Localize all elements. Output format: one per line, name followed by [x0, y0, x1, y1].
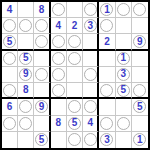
cell-r5c2[interactable]: 9 — [18, 67, 34, 83]
odd-cell-circle — [133, 84, 146, 97]
given-digit: 1 — [104, 5, 110, 15]
given-digit: 5 — [72, 118, 78, 128]
given-digit: 9 — [23, 69, 29, 79]
odd-cell-circle — [68, 100, 81, 113]
cell-r2c5[interactable]: 2 — [67, 18, 83, 34]
given-digit: 5 — [39, 135, 45, 145]
given-digit: 3 — [87, 21, 93, 31]
cell-r3c1[interactable]: 5 — [2, 34, 18, 50]
given-digit: 9 — [137, 37, 143, 47]
given-digit: 8 — [39, 5, 45, 15]
odd-cell-circle — [68, 52, 81, 65]
cell-r3c2[interactable] — [18, 34, 34, 50]
cell-r5c8[interactable]: 3 — [116, 67, 132, 83]
cell-r2c7[interactable] — [99, 18, 115, 34]
odd-cell-circle — [3, 19, 16, 32]
cell-r9c3[interactable]: 5 — [34, 132, 50, 148]
cell-r4c2[interactable]: 5 — [18, 51, 34, 67]
cell-r8c4[interactable]: 8 — [51, 116, 67, 132]
cell-r7c7[interactable] — [99, 99, 115, 115]
cell-r1c8[interactable] — [116, 2, 132, 18]
odd-cell-circle — [52, 52, 65, 65]
odd-cell-circle: 5 — [3, 35, 16, 48]
odd-cell-circle — [100, 84, 113, 97]
odd-cell-circle — [3, 52, 16, 65]
given-digit: 4 — [7, 5, 13, 15]
cell-r1c2[interactable] — [18, 2, 34, 18]
odd-cell-circle — [19, 117, 32, 130]
cell-r7c9[interactable]: 5 — [132, 99, 148, 115]
odd-cell-circle — [84, 133, 97, 146]
cell-r4c8[interactable]: 1 — [116, 51, 132, 67]
cell-r5c1[interactable] — [2, 67, 18, 83]
cell-r2c4[interactable]: 4 — [51, 18, 67, 34]
cell-r6c3[interactable] — [34, 83, 50, 99]
cell-r3c5[interactable] — [67, 34, 83, 50]
cell-r5c4[interactable] — [51, 67, 67, 83]
cell-r4c1[interactable] — [2, 51, 18, 67]
sudoku-board: 481423529519385695854531 — [0, 0, 150, 150]
odd-cell-circle: 9 — [35, 100, 48, 113]
cell-r8c5[interactable]: 5 — [67, 116, 83, 132]
cell-r2c9[interactable] — [132, 18, 148, 34]
cell-r4c6[interactable] — [83, 51, 99, 67]
cell-r6c6[interactable] — [83, 83, 99, 99]
given-digit: 8 — [55, 118, 61, 128]
given-digit: 5 — [137, 102, 143, 112]
cell-r7c1[interactable]: 6 — [2, 99, 18, 115]
cell-r1c4[interactable] — [51, 2, 67, 18]
given-digit: 4 — [55, 21, 61, 31]
cell-r9c4[interactable] — [51, 132, 67, 148]
cell-r9c7[interactable]: 3 — [99, 132, 115, 148]
cell-r3c8[interactable] — [116, 34, 132, 50]
odd-cell-circle: 5 — [35, 133, 48, 146]
cell-r1c5[interactable] — [67, 2, 83, 18]
odd-cell-circle: 3 — [84, 19, 97, 32]
cell-r3c7[interactable]: 2 — [99, 34, 115, 50]
cell-r3c6[interactable] — [83, 34, 99, 50]
odd-cell-circle — [52, 68, 65, 81]
odd-cell-circle — [52, 3, 65, 16]
cell-r9c5[interactable] — [67, 132, 83, 148]
given-digit: 2 — [72, 21, 78, 31]
odd-cell-circle: 9 — [19, 68, 32, 81]
cell-r3c4[interactable] — [51, 34, 67, 50]
cell-r1c9[interactable] — [132, 2, 148, 18]
cell-r5c3[interactable] — [34, 67, 50, 83]
cell-r2c8[interactable] — [116, 18, 132, 34]
cell-r8c3[interactable] — [34, 116, 50, 132]
odd-cell-circle: 1 — [133, 133, 146, 146]
odd-cell-circle: 3 — [117, 68, 130, 81]
cell-r2c2[interactable] — [18, 18, 34, 34]
cell-r9c2[interactable] — [18, 132, 34, 148]
odd-cell-circle — [100, 19, 113, 32]
cell-r5c6[interactable] — [83, 67, 99, 83]
odd-cell-circle — [68, 35, 81, 48]
odd-cell-circle — [68, 133, 81, 146]
odd-cell-circle — [52, 84, 65, 97]
given-digit: 3 — [104, 135, 110, 145]
cell-r1c1[interactable]: 4 — [2, 2, 18, 18]
odd-cell-circle — [3, 117, 16, 130]
odd-cell-circle: 5 — [117, 84, 130, 97]
cell-r6c4[interactable] — [51, 83, 67, 99]
cell-r6c2[interactable]: 8 — [18, 83, 34, 99]
odd-cell-circle — [35, 68, 48, 81]
odd-cell-circle: 5 — [68, 117, 81, 130]
odd-cell-circle — [19, 19, 32, 32]
cell-r1c7[interactable]: 1 — [99, 2, 115, 18]
cell-r1c6[interactable] — [83, 2, 99, 18]
cell-r9c1[interactable] — [2, 132, 18, 148]
cell-r4c5[interactable] — [67, 51, 83, 67]
given-digit: 6 — [7, 102, 13, 112]
odd-cell-circle — [19, 100, 32, 113]
cell-r8c9[interactable] — [132, 116, 148, 132]
odd-cell-circle — [35, 35, 48, 48]
odd-cell-circle: 3 — [100, 133, 113, 146]
odd-cell-circle: 9 — [133, 35, 146, 48]
cell-r4c3[interactable] — [34, 51, 50, 67]
cell-r8c1[interactable] — [2, 116, 18, 132]
cell-r3c3[interactable] — [34, 34, 50, 50]
odd-cell-circle: 1 — [117, 52, 130, 65]
given-digit: 5 — [23, 53, 29, 63]
cell-r9c9[interactable]: 1 — [132, 132, 148, 148]
cell-r1c3[interactable]: 8 — [34, 2, 50, 18]
cell-r5c5[interactable] — [67, 67, 83, 83]
cell-r9c6[interactable] — [83, 132, 99, 148]
given-digit: 3 — [120, 69, 126, 79]
odd-cell-circle — [3, 84, 16, 97]
odd-cell-circle — [84, 100, 97, 113]
cell-r6c7[interactable] — [99, 83, 115, 99]
cell-r8c8[interactable] — [116, 116, 132, 132]
cell-r8c6[interactable]: 4 — [83, 116, 99, 132]
cell-r4c9[interactable] — [132, 51, 148, 67]
cell-r2c1[interactable] — [2, 18, 18, 34]
given-digit: 8 — [23, 85, 29, 95]
given-digit: 5 — [120, 85, 126, 95]
given-digit: 4 — [87, 118, 93, 128]
cell-r2c3[interactable] — [34, 18, 50, 34]
cell-r7c4[interactable] — [51, 99, 67, 115]
odd-cell-circle: 5 — [19, 52, 32, 65]
odd-cell-circle — [100, 117, 113, 130]
odd-cell-circle — [84, 68, 97, 81]
cell-r2c6[interactable]: 3 — [83, 18, 99, 34]
cell-r7c3[interactable]: 9 — [34, 99, 50, 115]
cell-r7c8[interactable] — [116, 99, 132, 115]
cell-r6c5[interactable] — [67, 83, 83, 99]
odd-cell-circle — [133, 3, 146, 16]
cell-r5c9[interactable] — [132, 67, 148, 83]
cell-r6c1[interactable] — [2, 83, 18, 99]
odd-cell-circle — [52, 35, 65, 48]
cell-r7c6[interactable] — [83, 99, 99, 115]
odd-cell-circle: 1 — [100, 3, 113, 16]
cell-r7c2[interactable] — [18, 99, 34, 115]
odd-cell-circle — [84, 3, 97, 16]
odd-cell-circle — [35, 19, 48, 32]
odd-cell-circle — [117, 3, 130, 16]
cell-r8c7[interactable] — [99, 116, 115, 132]
given-digit: 1 — [120, 53, 126, 63]
odd-cell-circle — [117, 117, 130, 130]
odd-cell-circle: 5 — [133, 100, 146, 113]
cell-r6c9[interactable] — [132, 83, 148, 99]
cell-r4c4[interactable] — [51, 51, 67, 67]
cell-r8c2[interactable] — [18, 116, 34, 132]
given-digit: 1 — [137, 135, 143, 145]
given-digit: 2 — [104, 37, 110, 47]
given-digit: 9 — [39, 102, 45, 112]
cell-r9c8[interactable] — [116, 132, 132, 148]
cell-r6c8[interactable]: 5 — [116, 83, 132, 99]
cell-r3c9[interactable]: 9 — [132, 34, 148, 50]
cell-r4c7[interactable] — [99, 51, 115, 67]
cell-r5c7[interactable] — [99, 67, 115, 83]
cell-r7c5[interactable] — [67, 99, 83, 115]
given-digit: 5 — [7, 37, 13, 47]
